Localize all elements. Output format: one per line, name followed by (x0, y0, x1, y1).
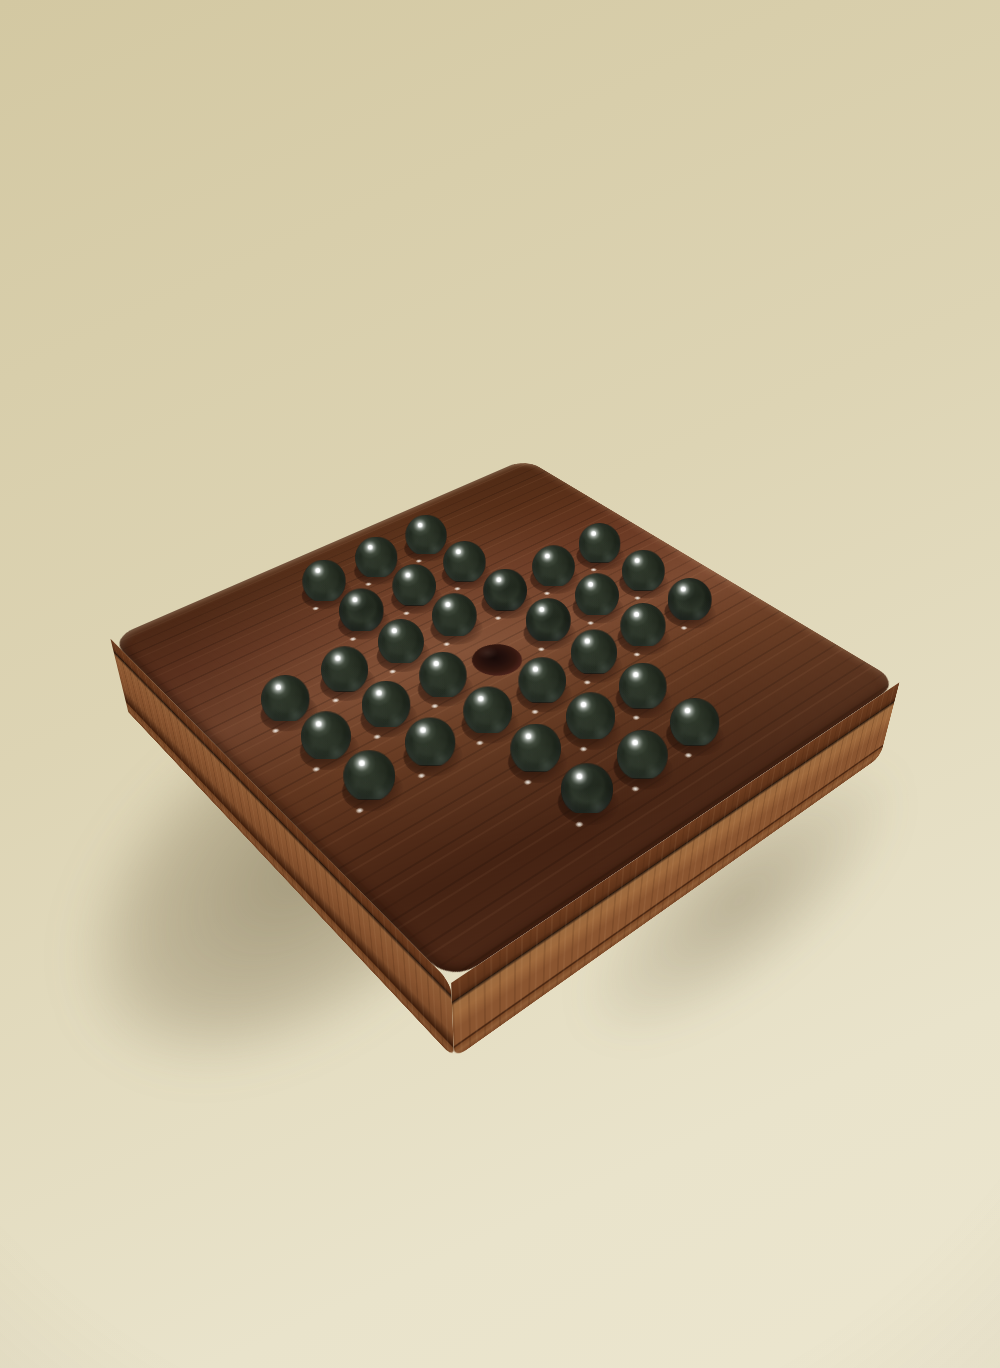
glass-marble-r2c5[interactable] (532, 545, 575, 588)
glass-marble-r1c4[interactable] (443, 541, 486, 584)
marble-light-glint (402, 611, 412, 617)
glass-marble-r6c4[interactable] (670, 698, 720, 748)
glass-marble-r4c4[interactable] (571, 629, 618, 676)
glass-marble-r0c4[interactable] (405, 515, 446, 556)
glass-marble-r3c4[interactable] (526, 598, 571, 643)
glass-marble-r3c6[interactable] (622, 550, 665, 593)
glass-marble-r4c0[interactable] (343, 750, 395, 802)
scene (0, 0, 1000, 1368)
marble-light-glint (679, 625, 689, 631)
glass-marble-r5c2[interactable] (510, 724, 561, 775)
glass-marble-r2c0[interactable] (261, 675, 310, 724)
glass-marble-r3c2[interactable] (419, 652, 467, 700)
glass-marble-r4c5[interactable] (620, 603, 665, 648)
glass-marble-r3c0[interactable] (301, 711, 351, 761)
marble-light-glint (364, 582, 373, 587)
marble-light-glint (536, 646, 546, 652)
glass-marble-r6c2[interactable] (561, 763, 614, 816)
glass-marble-r2c2[interactable] (378, 619, 424, 665)
marble-light-glint (542, 591, 551, 596)
glass-marble-r5c4[interactable] (619, 663, 667, 711)
marble-light-glint (311, 606, 321, 612)
marble-light-glint (453, 586, 462, 591)
hole-grid (110, 459, 899, 983)
glass-marble-r2c3[interactable] (432, 593, 477, 638)
glass-marble-r1c3[interactable] (392, 564, 436, 608)
glass-marble-r4c3[interactable] (518, 657, 566, 705)
glass-marble-r1c2[interactable] (339, 588, 384, 633)
marble-light-glint (414, 559, 423, 564)
marble-light-glint (589, 567, 598, 572)
glass-marble-r0c3[interactable] (355, 537, 397, 579)
glass-marble-r4c6[interactable] (668, 578, 712, 622)
glass-marble-r2c6[interactable] (579, 523, 621, 565)
solitaire-box (110, 459, 899, 983)
glass-marble-r3c5[interactable] (575, 573, 619, 617)
marble-light-glint (586, 620, 596, 626)
glass-marble-r5c3[interactable] (566, 692, 615, 741)
marble-light-glint (633, 595, 642, 600)
glass-marble-r3c1[interactable] (362, 681, 411, 730)
glass-marble-r6c3[interactable] (617, 730, 668, 781)
glass-marble-r2c1[interactable] (321, 646, 368, 693)
glass-marble-r4c2[interactable] (463, 686, 512, 735)
glass-marble-r4c1[interactable] (405, 717, 456, 768)
marble-light-glint (442, 641, 452, 647)
glass-marble-r2c4[interactable] (483, 569, 527, 613)
product-photo-backdrop (0, 0, 1000, 1368)
glass-marble-r0c2[interactable] (302, 560, 345, 603)
